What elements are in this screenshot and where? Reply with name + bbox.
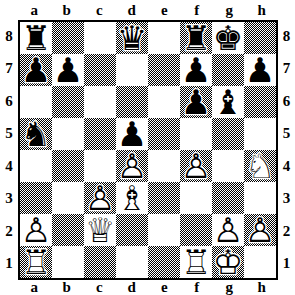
file-label-b-bottom: b [51, 280, 84, 295]
square-c8[interactable] [84, 22, 116, 54]
square-f3[interactable] [180, 182, 212, 214]
piece-glyph: ♙ [244, 214, 276, 246]
black-pawn-piece: ♟♟ [244, 54, 276, 86]
file-label-h-top: h [246, 0, 279, 20]
square-c7[interactable] [84, 54, 116, 86]
file-label-d-top: d [116, 0, 149, 20]
rank-label-8-right: 8 [278, 20, 295, 53]
white-queen-piece: ♛♕ [84, 214, 116, 246]
square-e3[interactable] [148, 182, 180, 214]
square-d3[interactable]: ♝♗ [116, 182, 148, 214]
piece-glyph: ♛ [116, 22, 148, 54]
piece-glyph: ♙ [180, 150, 212, 182]
square-e6[interactable] [148, 86, 180, 118]
file-label-g-bottom: g [213, 280, 246, 295]
file-label-a-bottom: a [18, 280, 51, 295]
white-bishop-piece: ♝♗ [116, 182, 148, 214]
square-f4[interactable]: ♟♙ [180, 150, 212, 182]
white-pawn-piece: ♟♙ [244, 214, 276, 246]
piece-glyph: ♖ [180, 246, 212, 278]
square-e1[interactable] [148, 246, 180, 278]
square-b3[interactable] [52, 182, 84, 214]
square-g4[interactable] [212, 150, 244, 182]
square-c5[interactable] [84, 118, 116, 150]
rank-label-2-left: 2 [0, 215, 18, 248]
piece-glyph: ♞ [20, 118, 52, 150]
file-label-e-bottom: e [148, 280, 181, 295]
black-pawn-piece: ♟♟ [52, 54, 84, 86]
white-knight-piece: ♞♘ [244, 150, 276, 182]
piece-glyph: ♟ [52, 54, 84, 86]
square-e2[interactable] [148, 214, 180, 246]
black-queen-piece: ♛♛ [116, 22, 148, 54]
square-e4[interactable] [148, 150, 180, 182]
piece-glyph: ♟ [180, 86, 212, 118]
piece-glyph: ♔ [212, 246, 244, 278]
square-e7[interactable] [148, 54, 180, 86]
rank-label-3-left: 3 [0, 183, 18, 216]
square-h4[interactable]: ♞♘ [244, 150, 276, 182]
rank-label-6-left: 6 [0, 85, 18, 118]
black-king-piece: ♚♚ [212, 22, 244, 54]
file-label-f-bottom: f [181, 280, 214, 295]
piece-glyph: ♕ [84, 214, 116, 246]
square-h6[interactable] [244, 86, 276, 118]
square-e5[interactable] [148, 118, 180, 150]
file-label-f-top: f [181, 0, 214, 20]
square-d2[interactable] [116, 214, 148, 246]
piece-glyph: ♖ [20, 246, 52, 278]
square-h2[interactable]: ♟♙ [244, 214, 276, 246]
file-label-c-bottom: c [83, 280, 116, 295]
white-rook-piece: ♜♖ [20, 246, 52, 278]
square-b4[interactable] [52, 150, 84, 182]
rank-label-7-right: 7 [278, 53, 295, 86]
square-d1[interactable] [116, 246, 148, 278]
rank-label-7-left: 7 [0, 53, 18, 86]
square-b5[interactable] [52, 118, 84, 150]
file-label-d-bottom: d [116, 280, 149, 295]
square-c1[interactable] [84, 246, 116, 278]
square-g8[interactable]: ♚♚ [212, 22, 244, 54]
rank-label-5-left: 5 [0, 118, 18, 151]
square-g5[interactable] [212, 118, 244, 150]
square-c6[interactable] [84, 86, 116, 118]
square-d7[interactable] [116, 54, 148, 86]
square-a4[interactable] [20, 150, 52, 182]
file-label-b-top: b [51, 0, 84, 20]
file-label-e-top: e [148, 0, 181, 20]
square-b2[interactable] [52, 214, 84, 246]
piece-glyph: ♟ [244, 54, 276, 86]
piece-glyph: ♝ [212, 86, 244, 118]
square-h7[interactable]: ♟♟ [244, 54, 276, 86]
square-d8[interactable]: ♛♛ [116, 22, 148, 54]
file-label-h-bottom: h [246, 280, 279, 295]
piece-glyph: ♗ [116, 182, 148, 214]
white-pawn-piece: ♟♙ [180, 150, 212, 182]
black-knight-piece: ♞♞ [20, 118, 52, 150]
rank-label-5-right: 5 [278, 118, 295, 151]
black-bishop-piece: ♝♝ [212, 86, 244, 118]
white-rook-piece: ♜♖ [180, 246, 212, 278]
rank-label-4-left: 4 [0, 150, 18, 183]
square-c2[interactable]: ♛♕ [84, 214, 116, 246]
square-h1[interactable] [244, 246, 276, 278]
black-pawn-piece: ♟♟ [180, 86, 212, 118]
black-pawn-piece: ♟♟ [20, 54, 52, 86]
chess-diagram: ♜♜♛♛♜♜♚♚♟♟♟♟♟♟♟♟♟♟♝♝♞♞♟♟♟♙♟♙♞♘♟♙♝♗♟♙♛♕♟♙… [0, 0, 295, 295]
rank-label-8-left: 8 [0, 20, 18, 53]
rank-label-4-right: 4 [278, 150, 295, 183]
piece-glyph: ♟ [20, 54, 52, 86]
square-b7[interactable]: ♟♟ [52, 54, 84, 86]
square-g1[interactable]: ♚♔ [212, 246, 244, 278]
rank-label-2-right: 2 [278, 215, 295, 248]
rank-label-3-right: 3 [278, 183, 295, 216]
rank-label-1-right: 1 [278, 248, 295, 281]
file-label-g-top: g [213, 0, 246, 20]
square-f1[interactable]: ♜♖ [180, 246, 212, 278]
file-label-c-top: c [83, 0, 116, 20]
piece-glyph: ♘ [244, 150, 276, 182]
file-label-a-top: a [18, 0, 51, 20]
white-king-piece: ♚♔ [212, 246, 244, 278]
rank-label-6-right: 6 [278, 85, 295, 118]
square-f6[interactable]: ♟♟ [180, 86, 212, 118]
square-a7[interactable]: ♟♟ [20, 54, 52, 86]
board: ♜♜♛♛♜♜♚♚♟♟♟♟♟♟♟♟♟♟♝♝♞♞♟♟♟♙♟♙♞♘♟♙♝♗♟♙♛♕♟♙… [18, 20, 278, 280]
square-a5[interactable]: ♞♞ [20, 118, 52, 150]
square-b1[interactable] [52, 246, 84, 278]
piece-glyph: ♚ [212, 22, 244, 54]
square-g6[interactable]: ♝♝ [212, 86, 244, 118]
square-b6[interactable] [52, 86, 84, 118]
rank-label-1-left: 1 [0, 248, 18, 281]
square-e8[interactable] [148, 22, 180, 54]
square-a1[interactable]: ♜♖ [20, 246, 52, 278]
